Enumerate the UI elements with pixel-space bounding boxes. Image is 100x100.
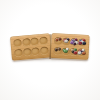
pit-left-r1-c2[interactable] (22, 38, 31, 47)
bead (64, 49, 67, 52)
pit-right-r1-c3[interactable] (70, 37, 78, 45)
bead (58, 47, 61, 50)
board-right-half (50, 33, 89, 60)
board-left-half (10, 33, 52, 60)
pit-right-r1-c2[interactable] (62, 37, 70, 45)
bead (78, 51, 81, 54)
bead (73, 42, 76, 45)
pit-left-r1-c4[interactable] (38, 37, 47, 46)
pit-right-r2-c3[interactable] (70, 47, 78, 55)
bead (82, 41, 85, 44)
bead (58, 37, 61, 40)
pits-left (13, 36, 49, 58)
pit-left-r2-c2[interactable] (22, 48, 31, 57)
pit-right-r1-c4[interactable] (78, 37, 86, 45)
scene (0, 0, 100, 100)
bead (65, 40, 68, 43)
pit-left-r1-c3[interactable] (30, 38, 39, 47)
pit-left-r2-c3[interactable] (31, 47, 40, 56)
bead (82, 51, 85, 54)
pit-right-r1-c1[interactable] (54, 36, 62, 44)
pit-right-r2-c2[interactable] (62, 47, 70, 55)
pit-left-r1-c1[interactable] (13, 39, 22, 48)
pit-left-r2-c1[interactable] (14, 49, 23, 58)
bead (78, 41, 81, 44)
pit-left-r2-c4[interactable] (39, 46, 48, 55)
pits-right (53, 35, 86, 57)
pit-right-r2-c1[interactable] (54, 46, 62, 54)
pit-right-r2-c4[interactable] (78, 47, 86, 55)
